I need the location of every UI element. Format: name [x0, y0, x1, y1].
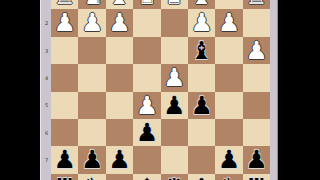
square-a3[interactable]: ♟ [243, 37, 270, 64]
board-frame-left: 12345678 [40, 0, 51, 180]
square-b5[interactable] [215, 92, 242, 119]
black-bishop-c8[interactable]: ♝ [190, 174, 212, 180]
square-h2[interactable]: ♟ [51, 9, 78, 36]
square-d1[interactable]: ♛ [161, 0, 188, 9]
square-h5[interactable] [51, 92, 78, 119]
square-e8[interactable]: ♚ [133, 174, 160, 180]
white-pawn-g2[interactable]: ♟ [81, 9, 103, 36]
square-e3[interactable] [133, 37, 160, 64]
black-rook-h8[interactable]: ♜ [53, 174, 75, 180]
square-c2[interactable]: ♟ [188, 9, 215, 36]
black-knight-b8[interactable]: ♞ [218, 174, 240, 180]
square-a1[interactable]: ♜ [243, 0, 270, 9]
black-pawn-d5[interactable]: ♟ [163, 92, 185, 119]
black-pawn-g7[interactable]: ♟ [81, 146, 103, 173]
black-pawn-b7[interactable]: ♟ [218, 146, 240, 173]
square-b6[interactable] [215, 119, 242, 146]
square-e7[interactable] [133, 146, 160, 173]
square-a5[interactable] [243, 92, 270, 119]
black-pawn-f7[interactable]: ♟ [108, 146, 130, 173]
square-f3[interactable] [106, 37, 133, 64]
white-pawn-a3[interactable]: ♟ [245, 37, 267, 64]
square-a4[interactable] [243, 64, 270, 91]
square-g7[interactable]: ♟ [78, 146, 105, 173]
black-king-e8[interactable]: ♚ [136, 174, 158, 180]
black-pawn-h7[interactable]: ♟ [53, 146, 75, 173]
square-h6[interactable] [51, 119, 78, 146]
square-d7[interactable] [161, 146, 188, 173]
square-d8[interactable]: ♛ [161, 174, 188, 180]
square-b3[interactable] [215, 37, 242, 64]
square-a2[interactable] [243, 9, 270, 36]
square-e6[interactable]: ♟ [133, 119, 160, 146]
black-bishop-c3[interactable]: ♝ [190, 37, 212, 64]
square-c8[interactable]: ♝ [188, 174, 215, 180]
square-b4[interactable] [215, 64, 242, 91]
page-background: { "game": "chess", "position": { "fen": … [0, 0, 320, 180]
square-a6[interactable] [243, 119, 270, 146]
square-f5[interactable] [106, 92, 133, 119]
square-g5[interactable] [78, 92, 105, 119]
black-pawn-a7[interactable]: ♟ [245, 146, 267, 173]
square-d4[interactable]: ♟ [161, 64, 188, 91]
white-pawn-b2[interactable]: ♟ [218, 9, 240, 36]
black-queen-d8[interactable]: ♛ [163, 174, 185, 180]
square-b7[interactable]: ♟ [215, 146, 242, 173]
square-f2[interactable]: ♟ [106, 9, 133, 36]
white-king-e1[interactable]: ♚ [136, 0, 158, 9]
square-a8[interactable]: ♜ [243, 174, 270, 180]
square-e2[interactable] [133, 9, 160, 36]
square-g8[interactable]: ♞ [78, 174, 105, 180]
square-f7[interactable]: ♟ [106, 146, 133, 173]
square-h7[interactable]: ♟ [51, 146, 78, 173]
square-c3[interactable]: ♝ [188, 37, 215, 64]
square-h4[interactable] [51, 64, 78, 91]
square-d5[interactable]: ♟ [161, 92, 188, 119]
square-f6[interactable] [106, 119, 133, 146]
square-g6[interactable] [78, 119, 105, 146]
square-d6[interactable] [161, 119, 188, 146]
black-pawn-e6[interactable]: ♟ [136, 119, 158, 146]
square-h3[interactable] [51, 37, 78, 64]
square-g4[interactable] [78, 64, 105, 91]
square-g3[interactable] [78, 37, 105, 64]
square-f4[interactable] [106, 64, 133, 91]
square-f8[interactable] [106, 174, 133, 180]
white-pawn-d4[interactable]: ♟ [163, 64, 185, 91]
square-c6[interactable] [188, 119, 215, 146]
square-e4[interactable] [133, 64, 160, 91]
chess-board[interactable]: ♜♞♝♚♛♝♜♟♟♟♟♟♝♟♟♟♟♟♟♟♟♟♟♟♜♞♚♛♝♞♜ [51, 0, 270, 180]
square-c5[interactable]: ♟ [188, 92, 215, 119]
square-d2[interactable] [161, 9, 188, 36]
square-c7[interactable] [188, 146, 215, 173]
square-g2[interactable]: ♟ [78, 9, 105, 36]
white-pawn-c2[interactable]: ♟ [190, 9, 212, 36]
square-e5[interactable]: ♟ [133, 92, 160, 119]
square-a7[interactable]: ♟ [243, 146, 270, 173]
black-rook-a8[interactable]: ♜ [245, 174, 267, 180]
square-c4[interactable] [188, 64, 215, 91]
white-pawn-e5[interactable]: ♟ [136, 92, 158, 119]
white-queen-d1[interactable]: ♛ [163, 0, 185, 9]
black-knight-g8[interactable]: ♞ [81, 174, 103, 180]
white-pawn-h2[interactable]: ♟ [53, 9, 75, 36]
square-e1[interactable]: ♚ [133, 0, 160, 9]
board-frame-right [270, 0, 278, 180]
square-b8[interactable]: ♞ [215, 174, 242, 180]
square-d3[interactable] [161, 37, 188, 64]
square-h8[interactable]: ♜ [51, 174, 78, 180]
square-b2[interactable]: ♟ [215, 9, 242, 36]
black-pawn-c5[interactable]: ♟ [190, 92, 212, 119]
white-rook-a1[interactable]: ♜ [245, 0, 267, 9]
white-pawn-f2[interactable]: ♟ [108, 9, 130, 36]
